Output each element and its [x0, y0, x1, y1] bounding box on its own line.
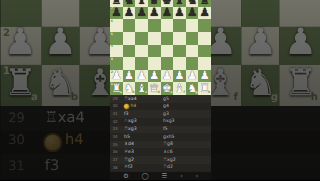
move-white-34[interactable]: h5 — [124, 135, 163, 140]
square-e5[interactable] — [161, 32, 174, 45]
white-knight-piece: ♞ — [187, 82, 197, 94]
black-pawn-piece: ♟ — [200, 7, 210, 19]
move-white-text: ♖xa4 — [124, 97, 137, 102]
move-black-text: g4 — [163, 104, 169, 109]
move-black-text: gxh5 — [163, 135, 174, 140]
move-white-31[interactable]: f3 — [124, 112, 163, 117]
black-pawn-piece: ♟ — [124, 7, 134, 19]
move-black-33[interactable]: f5 — [163, 127, 211, 132]
black-pawn-piece: ♟ — [136, 7, 146, 19]
board-viewport: 8♜♞♝♛♚♝♞♜7♟♟♟♟♟♟♟♟65432♟♟♟♟♟♟♟♟1a♜b♞c♝d♛… — [110, 0, 211, 95]
black-pawn-piece: ♟ — [174, 7, 184, 19]
move-black-text: ♖g8 — [163, 142, 173, 147]
move-white-text: ♘xg3 — [124, 119, 137, 124]
move-white-32[interactable]: ♘xg3 — [124, 119, 163, 124]
square-a5[interactable]: 5 — [110, 32, 123, 45]
square-e7[interactable]: ♟ — [161, 7, 174, 20]
move-row-29: 29♖xa4g5 — [110, 95, 211, 103]
square-e4[interactable] — [161, 45, 174, 58]
move-number: 30 — [110, 104, 124, 108]
move-black-36[interactable]: ♗c6 — [163, 150, 211, 155]
square-f5[interactable] — [173, 32, 186, 45]
move-white-text: f3 — [124, 112, 129, 117]
move-number: 36 — [110, 150, 124, 154]
move-white-29[interactable]: ♖xa4 — [124, 97, 163, 102]
square-e6[interactable] — [161, 19, 174, 32]
black-pawn-piece: ♟ — [149, 7, 159, 19]
forward-arrow-icon[interactable]: › — [196, 173, 199, 179]
move-white-30[interactable]: h4 — [124, 104, 163, 109]
square-d7[interactable]: ♟ — [148, 7, 161, 20]
square-f1[interactable]: f♝ — [173, 82, 186, 95]
white-bishop-piece: ♝ — [136, 82, 146, 94]
move-black-37[interactable]: ♖xg2 — [163, 158, 211, 163]
move-white-35[interactable]: ♗d4 — [124, 142, 163, 147]
square-b7[interactable]: ♟ — [123, 7, 136, 20]
square-c7[interactable]: ♟ — [135, 7, 148, 20]
square-a7[interactable]: 7♟ — [110, 7, 123, 20]
square-h4[interactable] — [198, 45, 211, 58]
move-row-31: 31f3g3 — [110, 110, 211, 118]
square-f4[interactable] — [173, 45, 186, 58]
move-black-38[interactable]: ♖d2 — [163, 165, 211, 170]
square-c6[interactable] — [135, 19, 148, 32]
move-row-32: 32♘xg3hxg3 — [110, 118, 211, 126]
move-black-text: ♖xg2 — [163, 158, 176, 163]
move-white-38[interactable]: ♕f2 — [124, 165, 163, 170]
white-rook-piece: ♜ — [200, 82, 210, 94]
move-black-35[interactable]: ♖g8 — [163, 142, 211, 147]
move-black-30[interactable]: g4 — [163, 104, 211, 109]
move-white-text: ♖xg3 — [124, 127, 137, 132]
square-g4[interactable] — [186, 45, 199, 58]
square-c5[interactable] — [135, 32, 148, 45]
move-white-text: h4 — [130, 104, 136, 109]
square-g5[interactable] — [186, 32, 199, 45]
square-a4[interactable]: 4 — [110, 45, 123, 58]
rank-label: 5 — [111, 33, 113, 36]
square-h7[interactable]: ♟ — [198, 7, 211, 20]
white-rook-piece: ♜ — [111, 82, 121, 94]
square-h5[interactable] — [198, 32, 211, 45]
move-black-text: ♗c6 — [163, 150, 173, 155]
move-number: 37 — [110, 158, 124, 162]
bottom-toolbar: ⚙◯☰‹› — [110, 172, 211, 181]
move-black-29[interactable]: g5 — [163, 97, 211, 102]
move-white-text: ♕f2 — [124, 165, 133, 170]
move-row-30: 30h4g4 — [110, 103, 211, 111]
move-black-text: hxg3 — [163, 119, 174, 124]
move-number: 38 — [110, 166, 124, 170]
chess-app-column: 8♜♞♝♛♚♝♞♜7♟♟♟♟♟♟♟♟65432♟♟♟♟♟♟♟♟1a♜b♞c♝d♛… — [110, 0, 211, 180]
menu-icon[interactable]: ☰ — [162, 173, 168, 179]
record-circle-icon[interactable]: ◯ — [141, 173, 148, 179]
back-arrow-icon[interactable]: ‹ — [180, 173, 183, 179]
square-d5[interactable] — [148, 32, 161, 45]
square-d1[interactable]: d♛ — [148, 82, 161, 95]
move-row-35: 35♗d4♖g8 — [110, 141, 211, 149]
move-number: 35 — [110, 143, 124, 147]
move-number: 32 — [110, 120, 124, 124]
move-black-text: ♖d2 — [163, 165, 173, 170]
black-pawn-piece: ♟ — [162, 7, 172, 19]
white-queen-piece: ♛ — [149, 82, 159, 94]
square-a6[interactable]: 6 — [110, 19, 123, 32]
square-d6[interactable] — [148, 19, 161, 32]
square-c4[interactable] — [135, 45, 148, 58]
move-white-33[interactable]: ♖xg3 — [124, 127, 163, 132]
move-row-33: 33♖xg3f5 — [110, 126, 211, 134]
move-list: 29♖xa4g530h4g431f3g332♘xg3hxg333♖xg3f534… — [110, 95, 211, 171]
move-row-34: 34h5gxh5 — [110, 133, 211, 141]
square-f6[interactable] — [173, 19, 186, 32]
square-b5[interactable] — [123, 32, 136, 45]
move-black-text: g3 — [163, 112, 169, 117]
move-white-37[interactable]: ♖g2 — [124, 158, 163, 163]
move-white-text: ♖g2 — [124, 158, 134, 163]
move-black-34[interactable]: gxh5 — [163, 135, 211, 140]
gold-coin-icon — [124, 104, 129, 109]
move-row-36: 36♕e3♗c6 — [110, 148, 211, 156]
white-king-piece: ♚ — [162, 82, 172, 94]
video-frame: 8♜♞♝♛♚♝♞♜7♟♟♟♟♟♟♟♟65432♟♟♟♟♟♟♟♟1a♜b♞c♝d♛… — [0, 0, 320, 180]
black-pawn-piece: ♟ — [111, 7, 121, 19]
white-knight-piece: ♞ — [124, 82, 134, 94]
chess-board: 8♜♞♝♛♚♝♞♜7♟♟♟♟♟♟♟♟65432♟♟♟♟♟♟♟♟1a♜b♞c♝d♛… — [110, 0, 211, 95]
square-e1[interactable]: e♚ — [161, 82, 174, 95]
white-bishop-piece: ♝ — [174, 82, 184, 94]
move-number: 31 — [110, 112, 124, 116]
square-g1[interactable]: g♞ — [186, 82, 199, 95]
rank-label: 3 — [111, 58, 113, 61]
move-white-36[interactable]: ♕e3 — [124, 150, 163, 155]
square-c1[interactable]: c♝ — [135, 82, 148, 95]
square-f7[interactable]: ♟ — [173, 7, 186, 20]
move-white-text: ♗d4 — [124, 142, 134, 147]
rank-label: 4 — [111, 45, 113, 48]
square-h6[interactable] — [198, 19, 211, 32]
move-number: 33 — [110, 127, 124, 131]
rank-label: 6 — [111, 20, 113, 23]
move-number: 29 — [110, 97, 124, 101]
square-b6[interactable] — [123, 19, 136, 32]
square-d4[interactable] — [148, 45, 161, 58]
move-black-32[interactable]: hxg3 — [163, 119, 211, 124]
square-b1[interactable]: b♞ — [123, 82, 136, 95]
black-pawn-piece: ♟ — [187, 7, 197, 19]
move-number: 34 — [110, 135, 124, 139]
move-white-text: h5 — [124, 135, 130, 140]
move-white-text: ♕e3 — [124, 150, 134, 155]
move-row-38: 38♕f2♖d2 — [110, 164, 211, 172]
square-h1[interactable]: h♜ — [198, 82, 211, 95]
square-g6[interactable] — [186, 19, 199, 32]
move-row-37: 37♖g2♖xg2 — [110, 156, 211, 164]
move-black-text: f5 — [163, 127, 168, 132]
square-a1[interactable]: 1a♜ — [110, 82, 123, 95]
move-black-31[interactable]: g3 — [163, 112, 211, 117]
square-g7[interactable]: ♟ — [186, 7, 199, 20]
move-black-text: g5 — [163, 97, 169, 102]
settings-gear-icon[interactable]: ⚙ — [123, 173, 129, 179]
square-b4[interactable] — [123, 45, 136, 58]
